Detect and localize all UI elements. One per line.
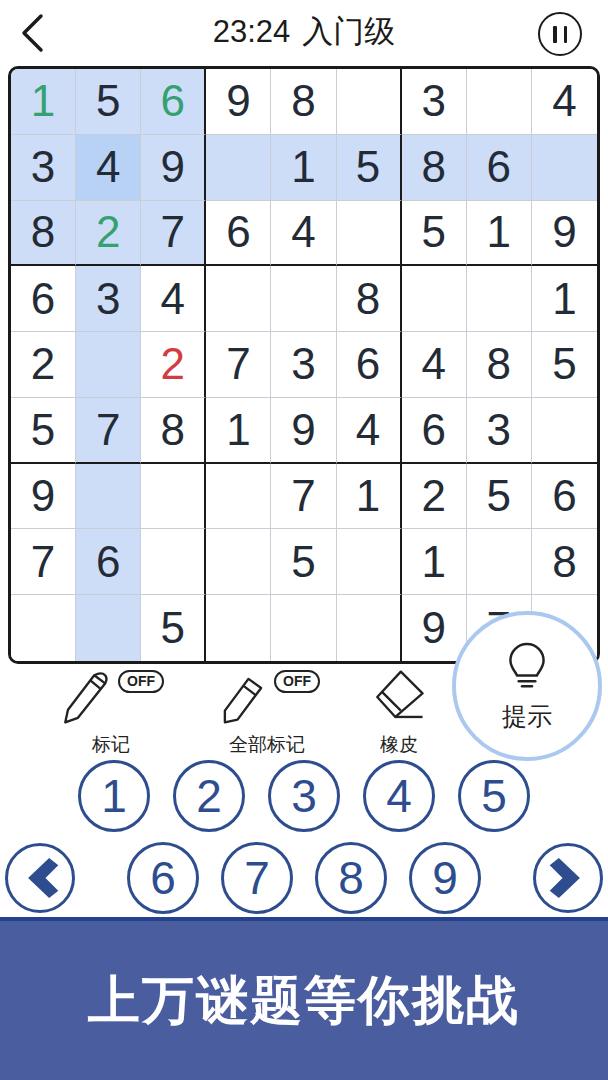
cell-r7c8[interactable]: 5 [467,464,532,530]
cell-r3c4[interactable]: 6 [206,201,271,267]
cell-r1c9[interactable]: 4 [532,69,597,135]
cell-r1c3[interactable]: 6 [141,69,206,135]
cell-r1c7[interactable]: 3 [402,69,467,135]
cell-r2c9[interactable] [532,135,597,201]
num-button-4[interactable]: 4 [363,760,435,832]
eraser-button[interactable]: 橡皮 [370,668,428,758]
cell-r1c5[interactable]: 8 [271,69,336,135]
cell-r9c1[interactable] [11,595,76,661]
cell-r7c3[interactable] [141,464,206,530]
cell-r7c1[interactable]: 9 [11,464,76,530]
eraser-label: 橡皮 [380,732,418,758]
cell-r4c2[interactable]: 3 [76,266,141,332]
cell-r4c4[interactable] [206,266,271,332]
cell-r9c7[interactable]: 9 [402,595,467,661]
cell-r8c2[interactable]: 6 [76,529,141,595]
cell-r7c6[interactable]: 1 [337,464,402,530]
cell-r6c2[interactable]: 7 [76,398,141,464]
cell-r8c6[interactable] [337,529,402,595]
cell-r6c4[interactable]: 1 [206,398,271,464]
difficulty-label: 入门级 [302,11,395,53]
cell-r7c5[interactable]: 7 [271,464,336,530]
num-button-7[interactable]: 7 [221,842,293,914]
cell-r3c5[interactable]: 4 [271,201,336,267]
hint-button[interactable]: 提示 [452,611,602,761]
cell-r4c9[interactable]: 1 [532,266,597,332]
mark-button[interactable]: OFF 标记 [58,668,164,758]
num-button-1[interactable]: 1 [78,760,150,832]
cell-r2c2[interactable]: 4 [76,135,141,201]
cell-r5c6[interactable]: 6 [337,332,402,398]
cell-r2c1[interactable]: 3 [11,135,76,201]
cell-r7c7[interactable]: 2 [402,464,467,530]
cell-r8c3[interactable] [141,529,206,595]
num-button-3[interactable]: 3 [268,760,340,832]
cell-r9c2[interactable] [76,595,141,661]
lightbulb-icon [500,639,554,697]
promo-banner-text: 上万谜题等你挑战 [88,966,520,1036]
numpad-row-2: 6 7 8 9 [0,842,608,916]
cell-r1c1[interactable]: 1 [11,69,76,135]
cell-r1c2[interactable]: 5 [76,69,141,135]
page-title: 23:24 入门级 [0,0,608,64]
cell-r6c5[interactable]: 9 [271,398,336,464]
cell-r3c3[interactable]: 7 [141,201,206,267]
cell-r1c4[interactable]: 9 [206,69,271,135]
cell-r7c9[interactable]: 6 [532,464,597,530]
num-button-6[interactable]: 6 [127,842,199,914]
pen-icon [214,668,272,726]
cell-r9c4[interactable] [206,595,271,661]
cell-r9c3[interactable]: 5 [141,595,206,661]
cell-r2c7[interactable]: 8 [402,135,467,201]
cell-r6c8[interactable]: 3 [467,398,532,464]
cell-r5c9[interactable]: 5 [532,332,597,398]
cell-r2c8[interactable]: 6 [467,135,532,201]
cell-r5c3[interactable]: 2 [141,332,206,398]
cell-r5c7[interactable]: 4 [402,332,467,398]
cell-r8c9[interactable]: 8 [532,529,597,595]
cell-r5c4[interactable]: 7 [206,332,271,398]
cell-r5c8[interactable]: 8 [467,332,532,398]
num-button-8[interactable]: 8 [315,842,387,914]
cell-r8c5[interactable]: 5 [271,529,336,595]
mark-off-badge: OFF [118,670,164,693]
promo-banner[interactable]: 上万谜题等你挑战 [0,917,608,1080]
cell-r6c7[interactable]: 6 [402,398,467,464]
num-button-2[interactable]: 2 [173,760,245,832]
cell-r8c7[interactable]: 1 [402,529,467,595]
numpad-row-1: 1 2 3 4 5 [0,760,608,836]
cell-r5c2[interactable] [76,332,141,398]
cell-r8c4[interactable] [206,529,271,595]
cell-r7c2[interactable] [76,464,141,530]
mark-all-off-badge: OFF [274,670,320,693]
cell-r2c3[interactable]: 9 [141,135,206,201]
sudoku-app: 23:24 入门级 156983434915868276451963481227… [0,0,608,1080]
next-page-button[interactable] [533,843,603,913]
mark-label: 标记 [92,732,130,758]
cell-r6c6[interactable]: 4 [337,398,402,464]
chevron-right-icon [536,846,600,910]
cell-r9c5[interactable] [271,595,336,661]
cell-r1c6[interactable] [337,69,402,135]
cell-r4c3[interactable]: 4 [141,266,206,332]
cell-r3c1[interactable]: 8 [11,201,76,267]
cell-r5c1[interactable]: 2 [11,332,76,398]
cell-r6c3[interactable]: 8 [141,398,206,464]
cell-r4c1[interactable]: 6 [11,266,76,332]
num-button-5[interactable]: 5 [458,760,530,832]
pencil-icon [58,668,116,726]
cell-r6c9[interactable] [532,398,597,464]
cell-r2c5[interactable]: 1 [271,135,336,201]
cell-r3c6[interactable] [337,201,402,267]
cell-r4c5[interactable] [271,266,336,332]
cell-r1c8[interactable] [467,69,532,135]
cell-r3c8[interactable]: 1 [467,201,532,267]
hint-label: 提示 [502,700,552,733]
cell-r3c7[interactable]: 5 [402,201,467,267]
pause-button[interactable] [538,12,582,56]
cell-r8c8[interactable] [467,529,532,595]
pause-icon [553,26,557,43]
mark-all-button[interactable]: OFF 全部标记 [214,668,320,758]
timer: 23:24 [213,14,291,50]
cell-r3c2[interactable]: 2 [76,201,141,267]
eraser-icon [370,668,428,726]
cell-r4c7[interactable] [402,266,467,332]
top-bar: 23:24 入门级 [0,0,608,64]
cell-r8c1[interactable]: 7 [11,529,76,595]
toolbar: OFF 标记 OFF 全部标记 [58,668,428,762]
cell-r7c4[interactable] [206,464,271,530]
num-button-9[interactable]: 9 [409,842,481,914]
cell-r5c5[interactable]: 3 [271,332,336,398]
cell-r2c4[interactable] [206,135,271,201]
cell-r3c9[interactable]: 9 [532,201,597,267]
cell-r2c6[interactable]: 5 [337,135,402,201]
cell-r4c6[interactable]: 8 [337,266,402,332]
cell-r9c6[interactable] [337,595,402,661]
sudoku-board: 1569834349158682764519634812273648557819… [8,66,600,664]
cell-r4c8[interactable] [467,266,532,332]
mark-all-label: 全部标记 [229,732,305,758]
cell-r6c1[interactable]: 5 [11,398,76,464]
